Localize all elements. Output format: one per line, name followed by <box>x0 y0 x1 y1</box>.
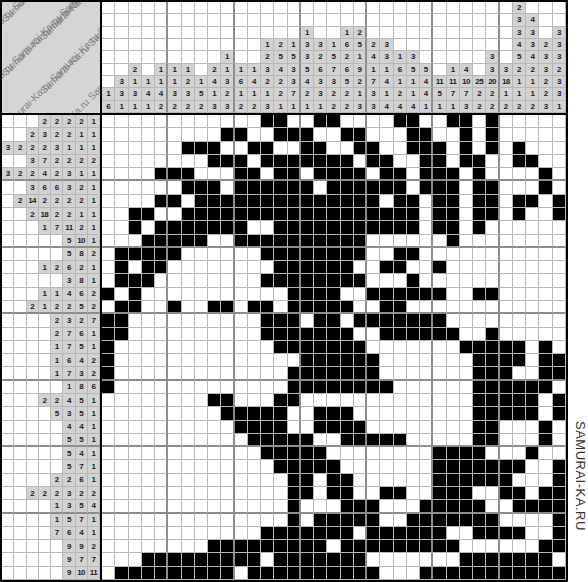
board-cell[interactable] <box>420 115 433 128</box>
board-cell[interactable] <box>288 394 301 407</box>
board-cell[interactable] <box>539 434 552 447</box>
board-cell[interactable] <box>367 447 380 460</box>
board-cell[interactable] <box>460 235 473 248</box>
board-cell[interactable] <box>248 514 261 527</box>
board-cell[interactable] <box>473 115 486 128</box>
board-cell[interactable] <box>367 128 380 141</box>
board-cell[interactable] <box>513 235 526 248</box>
board-cell[interactable] <box>288 341 301 354</box>
board-cell[interactable] <box>553 487 566 500</box>
board-cell[interactable] <box>327 421 340 434</box>
board-cell[interactable] <box>380 115 393 128</box>
board-cell[interactable] <box>168 195 181 208</box>
board-cell[interactable] <box>208 288 221 301</box>
board-cell[interactable] <box>155 381 168 394</box>
board-cell[interactable] <box>261 394 274 407</box>
board-cell[interactable] <box>394 447 407 460</box>
board-cell[interactable] <box>221 500 234 513</box>
board-cell[interactable] <box>341 181 354 194</box>
board-cell[interactable] <box>195 381 208 394</box>
board-cell[interactable] <box>235 181 248 194</box>
board-cell[interactable] <box>115 328 128 341</box>
board-cell[interactable] <box>354 142 367 155</box>
board-cell[interactable] <box>500 314 513 327</box>
board-cell[interactable] <box>248 540 261 553</box>
board-cell[interactable] <box>155 301 168 314</box>
board-cell[interactable] <box>500 168 513 181</box>
board-cell[interactable] <box>129 474 142 487</box>
board-cell[interactable] <box>553 407 566 420</box>
board-cell[interactable] <box>447 527 460 540</box>
board-cell[interactable] <box>314 142 327 155</box>
board-cell[interactable] <box>354 460 367 473</box>
board-cell[interactable] <box>301 567 314 580</box>
board-cell[interactable] <box>380 447 393 460</box>
board-cell[interactable] <box>420 181 433 194</box>
board-cell[interactable] <box>500 474 513 487</box>
board-cell[interactable] <box>155 394 168 407</box>
board-cell[interactable] <box>513 181 526 194</box>
board-cell[interactable] <box>433 261 446 274</box>
board-cell[interactable] <box>394 434 407 447</box>
board-cell[interactable] <box>115 407 128 420</box>
board-cell[interactable] <box>407 328 420 341</box>
board-cell[interactable] <box>433 301 446 314</box>
board-cell[interactable] <box>367 221 380 234</box>
board-cell[interactable] <box>274 181 287 194</box>
board-cell[interactable] <box>235 487 248 500</box>
board-cell[interactable] <box>539 195 552 208</box>
board-cell[interactable] <box>168 381 181 394</box>
board-cell[interactable] <box>539 181 552 194</box>
board-cell[interactable] <box>513 248 526 261</box>
board-cell[interactable] <box>367 208 380 221</box>
board-cell[interactable] <box>473 181 486 194</box>
board-cell[interactable] <box>221 181 234 194</box>
board-cell[interactable] <box>486 394 499 407</box>
board-cell[interactable] <box>433 527 446 540</box>
board-cell[interactable] <box>433 354 446 367</box>
board-cell[interactable] <box>221 514 234 527</box>
board-cell[interactable] <box>274 421 287 434</box>
board-cell[interactable] <box>288 367 301 380</box>
board-cell[interactable] <box>129 407 142 420</box>
board-cell[interactable] <box>208 394 221 407</box>
board-cell[interactable] <box>486 248 499 261</box>
board-cell[interactable] <box>407 381 420 394</box>
board-cell[interactable] <box>195 487 208 500</box>
board-cell[interactable] <box>460 142 473 155</box>
board-cell[interactable] <box>420 142 433 155</box>
board-cell[interactable] <box>274 274 287 287</box>
board-cell[interactable] <box>274 381 287 394</box>
board-cell[interactable] <box>261 195 274 208</box>
board-cell[interactable] <box>208 567 221 580</box>
board-cell[interactable] <box>486 500 499 513</box>
board-cell[interactable] <box>380 407 393 420</box>
board-cell[interactable] <box>102 195 115 208</box>
board-cell[interactable] <box>539 155 552 168</box>
board-cell[interactable] <box>354 421 367 434</box>
board-cell[interactable] <box>129 553 142 566</box>
board-cell[interactable] <box>115 460 128 473</box>
board-cell[interactable] <box>420 248 433 261</box>
board-cell[interactable] <box>447 474 460 487</box>
board-cell[interactable] <box>473 221 486 234</box>
board-cell[interactable] <box>500 487 513 500</box>
board-cell[interactable] <box>341 274 354 287</box>
board-cell[interactable] <box>513 128 526 141</box>
board-cell[interactable] <box>473 394 486 407</box>
board-cell[interactable] <box>155 421 168 434</box>
board-cell[interactable] <box>407 487 420 500</box>
board-cell[interactable] <box>526 181 539 194</box>
board-cell[interactable] <box>380 514 393 527</box>
board-cell[interactable] <box>486 142 499 155</box>
board-cell[interactable] <box>301 381 314 394</box>
board-cell[interactable] <box>142 394 155 407</box>
board-cell[interactable] <box>553 314 566 327</box>
board-cell[interactable] <box>473 195 486 208</box>
board-cell[interactable] <box>394 474 407 487</box>
board-cell[interactable] <box>168 115 181 128</box>
board-cell[interactable] <box>380 142 393 155</box>
board-cell[interactable] <box>500 128 513 141</box>
board-cell[interactable] <box>142 567 155 580</box>
board-cell[interactable] <box>513 514 526 527</box>
board-cell[interactable] <box>261 421 274 434</box>
board-cell[interactable] <box>407 421 420 434</box>
board-cell[interactable] <box>129 128 142 141</box>
board-cell[interactable] <box>168 540 181 553</box>
board-cell[interactable] <box>367 274 380 287</box>
board-cell[interactable] <box>433 168 446 181</box>
board-cell[interactable] <box>102 341 115 354</box>
board-cell[interactable] <box>513 407 526 420</box>
board-cell[interactable] <box>155 195 168 208</box>
board-cell[interactable] <box>539 447 552 460</box>
board-cell[interactable] <box>248 128 261 141</box>
board-cell[interactable] <box>115 474 128 487</box>
board-cell[interactable] <box>327 248 340 261</box>
board-cell[interactable] <box>274 354 287 367</box>
board-cell[interactable] <box>221 527 234 540</box>
board-cell[interactable] <box>314 301 327 314</box>
board-cell[interactable] <box>314 381 327 394</box>
board-cell[interactable] <box>473 354 486 367</box>
board-cell[interactable] <box>182 553 195 566</box>
board-cell[interactable] <box>288 142 301 155</box>
board-cell[interactable] <box>447 208 460 221</box>
board-cell[interactable] <box>473 142 486 155</box>
board-cell[interactable] <box>394 155 407 168</box>
board-cell[interactable] <box>460 394 473 407</box>
board-cell[interactable] <box>102 527 115 540</box>
board-cell[interactable] <box>539 142 552 155</box>
board-cell[interactable] <box>248 381 261 394</box>
board-cell[interactable] <box>301 540 314 553</box>
board-cell[interactable] <box>380 274 393 287</box>
board-cell[interactable] <box>513 500 526 513</box>
board-cell[interactable] <box>182 341 195 354</box>
board-cell[interactable] <box>553 527 566 540</box>
board-cell[interactable] <box>553 221 566 234</box>
board-cell[interactable] <box>168 261 181 274</box>
board-cell[interactable] <box>394 567 407 580</box>
board-cell[interactable] <box>208 221 221 234</box>
board-cell[interactable] <box>155 314 168 327</box>
board-cell[interactable] <box>235 155 248 168</box>
board-cell[interactable] <box>486 301 499 314</box>
board-cell[interactable] <box>155 208 168 221</box>
board-cell[interactable] <box>235 288 248 301</box>
board-cell[interactable] <box>433 514 446 527</box>
board-cell[interactable] <box>142 421 155 434</box>
board-cell[interactable] <box>235 407 248 420</box>
board-cell[interactable] <box>115 221 128 234</box>
board-cell[interactable] <box>301 261 314 274</box>
board-cell[interactable] <box>327 181 340 194</box>
board-cell[interactable] <box>394 195 407 208</box>
board-cell[interactable] <box>380 155 393 168</box>
board-cell[interactable] <box>235 301 248 314</box>
board-cell[interactable] <box>115 421 128 434</box>
board-cell[interactable] <box>208 540 221 553</box>
board-cell[interactable] <box>539 328 552 341</box>
board-cell[interactable] <box>433 195 446 208</box>
board-cell[interactable] <box>182 181 195 194</box>
board-cell[interactable] <box>235 208 248 221</box>
board-cell[interactable] <box>420 128 433 141</box>
board-cell[interactable] <box>433 235 446 248</box>
board-cell[interactable] <box>526 221 539 234</box>
board-cell[interactable] <box>394 128 407 141</box>
board-cell[interactable] <box>394 288 407 301</box>
board-cell[interactable] <box>221 434 234 447</box>
board-cell[interactable] <box>314 328 327 341</box>
board-cell[interactable] <box>142 248 155 261</box>
board-cell[interactable] <box>142 527 155 540</box>
board-cell[interactable] <box>248 354 261 367</box>
board-cell[interactable] <box>341 128 354 141</box>
board-cell[interactable] <box>261 128 274 141</box>
board-cell[interactable] <box>115 301 128 314</box>
board-cell[interactable] <box>460 155 473 168</box>
board-cell[interactable] <box>327 314 340 327</box>
board-cell[interactable] <box>380 367 393 380</box>
board-cell[interactable] <box>500 540 513 553</box>
board-cell[interactable] <box>433 328 446 341</box>
board-cell[interactable] <box>314 354 327 367</box>
board-cell[interactable] <box>195 128 208 141</box>
board-cell[interactable] <box>182 168 195 181</box>
board-cell[interactable] <box>129 434 142 447</box>
board-cell[interactable] <box>473 367 486 380</box>
board-cell[interactable] <box>407 288 420 301</box>
board-cell[interactable] <box>129 155 142 168</box>
board-cell[interactable] <box>526 208 539 221</box>
board-cell[interactable] <box>314 367 327 380</box>
board-cell[interactable] <box>354 274 367 287</box>
board-cell[interactable] <box>288 474 301 487</box>
board-cell[interactable] <box>341 248 354 261</box>
board-cell[interactable] <box>354 500 367 513</box>
board-cell[interactable] <box>195 301 208 314</box>
board-cell[interactable] <box>115 195 128 208</box>
board-cell[interactable] <box>129 274 142 287</box>
board-cell[interactable] <box>129 301 142 314</box>
board-cell[interactable] <box>235 235 248 248</box>
board-cell[interactable] <box>486 115 499 128</box>
board-cell[interactable] <box>354 328 367 341</box>
board-cell[interactable] <box>447 195 460 208</box>
board-cell[interactable] <box>314 274 327 287</box>
board-cell[interactable] <box>473 434 486 447</box>
board-cell[interactable] <box>182 274 195 287</box>
board-cell[interactable] <box>129 288 142 301</box>
board-cell[interactable] <box>129 514 142 527</box>
board-cell[interactable] <box>208 248 221 261</box>
board-cell[interactable] <box>367 407 380 420</box>
board-cell[interactable] <box>407 407 420 420</box>
board-cell[interactable] <box>168 221 181 234</box>
board-cell[interactable] <box>274 474 287 487</box>
board-cell[interactable] <box>102 235 115 248</box>
board-cell[interactable] <box>407 540 420 553</box>
board-cell[interactable] <box>314 567 327 580</box>
board-cell[interactable] <box>460 181 473 194</box>
board-cell[interactable] <box>235 434 248 447</box>
board-cell[interactable] <box>168 527 181 540</box>
board-cell[interactable] <box>221 314 234 327</box>
board-cell[interactable] <box>155 447 168 460</box>
board-cell[interactable] <box>248 261 261 274</box>
board-cell[interactable] <box>288 274 301 287</box>
board-cell[interactable] <box>115 540 128 553</box>
board-cell[interactable] <box>420 341 433 354</box>
board-cell[interactable] <box>261 274 274 287</box>
board-cell[interactable] <box>208 314 221 327</box>
board-cell[interactable] <box>500 354 513 367</box>
board-cell[interactable] <box>394 381 407 394</box>
board-cell[interactable] <box>208 447 221 460</box>
board-cell[interactable] <box>367 381 380 394</box>
board-cell[interactable] <box>115 487 128 500</box>
board-cell[interactable] <box>115 341 128 354</box>
board-cell[interactable] <box>195 235 208 248</box>
board-cell[interactable] <box>553 341 566 354</box>
board-cell[interactable] <box>155 341 168 354</box>
board-cell[interactable] <box>248 394 261 407</box>
board-cell[interactable] <box>407 514 420 527</box>
board-cell[interactable] <box>102 447 115 460</box>
board-cell[interactable] <box>314 248 327 261</box>
board-cell[interactable] <box>354 527 367 540</box>
board-cell[interactable] <box>526 460 539 473</box>
board-cell[interactable] <box>129 142 142 155</box>
board-cell[interactable] <box>526 261 539 274</box>
board-cell[interactable] <box>155 235 168 248</box>
board-cell[interactable] <box>420 301 433 314</box>
board-cell[interactable] <box>447 328 460 341</box>
board-cell[interactable] <box>433 474 446 487</box>
board-cell[interactable] <box>248 434 261 447</box>
board-cell[interactable] <box>235 221 248 234</box>
board-cell[interactable] <box>221 301 234 314</box>
board-cell[interactable] <box>261 142 274 155</box>
board-cell[interactable] <box>486 128 499 141</box>
board-cell[interactable] <box>500 248 513 261</box>
board-cell[interactable] <box>301 434 314 447</box>
board-cell[interactable] <box>526 367 539 380</box>
board-cell[interactable] <box>155 288 168 301</box>
board-cell[interactable] <box>248 248 261 261</box>
board-cell[interactable] <box>526 407 539 420</box>
board-cell[interactable] <box>235 341 248 354</box>
board-cell[interactable] <box>460 195 473 208</box>
board-cell[interactable] <box>553 288 566 301</box>
board-cell[interactable] <box>129 314 142 327</box>
board-cell[interactable] <box>407 235 420 248</box>
board-cell[interactable] <box>473 328 486 341</box>
board-cell[interactable] <box>341 328 354 341</box>
board-cell[interactable] <box>142 208 155 221</box>
board-cell[interactable] <box>354 540 367 553</box>
board-cell[interactable] <box>314 235 327 248</box>
board-cell[interactable] <box>168 394 181 407</box>
board-cell[interactable] <box>500 514 513 527</box>
board-cell[interactable] <box>486 341 499 354</box>
board-cell[interactable] <box>526 354 539 367</box>
board-cell[interactable] <box>341 567 354 580</box>
board-cell[interactable] <box>394 301 407 314</box>
board-cell[interactable] <box>367 421 380 434</box>
board-cell[interactable] <box>221 328 234 341</box>
board-cell[interactable] <box>115 527 128 540</box>
board-cell[interactable] <box>420 208 433 221</box>
board-cell[interactable] <box>367 195 380 208</box>
board-cell[interactable] <box>407 553 420 566</box>
board-cell[interactable] <box>473 540 486 553</box>
board-cell[interactable] <box>407 341 420 354</box>
board-cell[interactable] <box>288 235 301 248</box>
board-cell[interactable] <box>447 128 460 141</box>
board-cell[interactable] <box>195 567 208 580</box>
board-cell[interactable] <box>288 381 301 394</box>
board-cell[interactable] <box>513 527 526 540</box>
board-cell[interactable] <box>301 447 314 460</box>
board-cell[interactable] <box>327 447 340 460</box>
board-cell[interactable] <box>182 474 195 487</box>
board-cell[interactable] <box>288 115 301 128</box>
board-cell[interactable] <box>447 460 460 473</box>
board-cell[interactable] <box>553 195 566 208</box>
board-cell[interactable] <box>208 500 221 513</box>
board-cell[interactable] <box>182 487 195 500</box>
board-cell[interactable] <box>248 474 261 487</box>
board-cell[interactable] <box>301 328 314 341</box>
board-cell[interactable] <box>447 221 460 234</box>
board-cell[interactable] <box>327 487 340 500</box>
board-cell[interactable] <box>261 208 274 221</box>
board-cell[interactable] <box>341 301 354 314</box>
board-cell[interactable] <box>102 540 115 553</box>
board-cell[interactable] <box>407 128 420 141</box>
board-cell[interactable] <box>513 367 526 380</box>
board-cell[interactable] <box>486 261 499 274</box>
board-cell[interactable] <box>473 514 486 527</box>
board-cell[interactable] <box>208 142 221 155</box>
